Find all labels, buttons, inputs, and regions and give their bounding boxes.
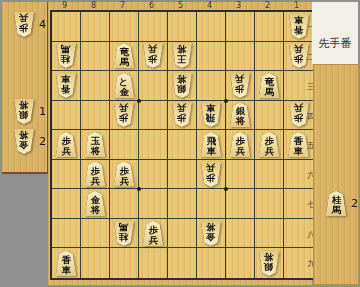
- piece-kanji: 銀将: [178, 73, 187, 94]
- piece-kanji: 歩兵: [91, 166, 100, 187]
- board-cell[interactable]: [197, 248, 226, 278]
- board-cell[interactable]: 竜馬: [110, 42, 139, 72]
- shogi-piece-gote[interactable]: 歩兵: [229, 73, 251, 98]
- shogi-piece-sente[interactable]: と金: [113, 73, 135, 98]
- shogi-piece-gote[interactable]: 飛車: [200, 102, 222, 127]
- shogi-piece-sente[interactable]: 飛車: [200, 132, 222, 157]
- shogi-board: 香車桂馬竜馬歩兵王将歩兵香車と金銀将歩兵竜馬歩兵歩兵飛車銀将歩兵歩兵玉将飛車歩兵…: [50, 10, 315, 280]
- piece-kanji: 王将: [178, 43, 187, 64]
- shogi-piece-gote[interactable]: 桂馬: [113, 221, 135, 246]
- piece-kanji: 飛車: [207, 102, 216, 123]
- piece-kanji: 金将: [20, 129, 29, 150]
- sente-komadai: 桂馬2: [313, 64, 359, 285]
- piece-kanji: 歩兵: [236, 136, 245, 157]
- board-cell[interactable]: [52, 189, 81, 219]
- gote-hand-entry[interactable]: 銀将1: [13, 99, 46, 124]
- board-cell[interactable]: [52, 12, 81, 42]
- shogi-piece-sente[interactable]: 歩兵: [258, 132, 280, 157]
- file-label: 5: [166, 2, 195, 10]
- shogi-piece-gote[interactable]: 王将: [171, 43, 193, 68]
- shogi-piece-sente[interactable]: 玉将: [84, 132, 106, 157]
- shogi-piece-gote[interactable]: 香車: [55, 73, 77, 98]
- board-cell[interactable]: [110, 12, 139, 42]
- board-cell[interactable]: [226, 160, 255, 190]
- gote-hand-entry[interactable]: 歩兵4: [13, 12, 46, 37]
- board-cell[interactable]: [139, 160, 168, 190]
- board-cell[interactable]: と金: [110, 71, 139, 101]
- board-cell[interactable]: [255, 101, 284, 131]
- piece-kanji: 桂馬: [62, 43, 71, 64]
- gote-hand-entry[interactable]: 金将2: [13, 129, 46, 154]
- board-cell[interactable]: [110, 189, 139, 219]
- shogi-piece-gote[interactable]: 桂馬: [55, 43, 77, 68]
- board-cell[interactable]: 玉将: [81, 130, 110, 160]
- piece-kanji: 竜馬: [120, 47, 129, 68]
- piece-kanji: 桂馬: [120, 221, 129, 242]
- board-cell[interactable]: [197, 42, 226, 72]
- board-cell[interactable]: 歩兵: [197, 160, 226, 190]
- board-cell[interactable]: 歩兵: [52, 130, 81, 160]
- piece-kanji: 香車: [294, 14, 303, 35]
- board-cell[interactable]: [197, 189, 226, 219]
- board-cell[interactable]: [168, 12, 197, 42]
- board-cell[interactable]: 王将: [168, 42, 197, 72]
- board-cell[interactable]: [255, 189, 284, 219]
- piece-kanji: 香車: [62, 255, 71, 276]
- shogi-piece-gote[interactable]: 歩兵: [171, 102, 193, 127]
- board-cell[interactable]: [168, 248, 197, 278]
- shogi-piece-sente[interactable]: 歩兵: [55, 132, 77, 157]
- board-cell[interactable]: 銀将: [255, 248, 284, 278]
- board-cell[interactable]: [226, 219, 255, 249]
- shogi-piece-sente[interactable]: 香車: [55, 251, 77, 276]
- board-cell[interactable]: [226, 42, 255, 72]
- piece-kanji: 歩兵: [294, 43, 303, 64]
- piece-kanji: 歩兵: [265, 136, 274, 157]
- piece-kanji: 金将: [91, 195, 100, 216]
- piece-kanji: 歩兵: [149, 225, 158, 246]
- board-cell[interactable]: [81, 12, 110, 42]
- board-cell[interactable]: [139, 71, 168, 101]
- board-cell[interactable]: [139, 189, 168, 219]
- board-cell[interactable]: [81, 101, 110, 131]
- board-cell[interactable]: [168, 219, 197, 249]
- piece-kanji: 玉将: [91, 136, 100, 157]
- shogi-piece-gote[interactable]: 歩兵: [13, 12, 35, 37]
- piece-kanji: 歩兵: [178, 102, 187, 123]
- hand-count: 2: [39, 135, 46, 148]
- gote-komadai: 歩兵4銀将1金将2: [2, 2, 48, 174]
- shogi-app-window: { "game": "shogi", "turn_indicator": "先手…: [0, 0, 360, 287]
- piece-kanji: 歩兵: [120, 166, 129, 187]
- shogi-piece-gote[interactable]: 歩兵: [200, 162, 222, 187]
- piece-kanji: 歩兵: [207, 162, 216, 183]
- board-cell[interactable]: 桂馬: [52, 42, 81, 72]
- board-cell[interactable]: 歩兵: [255, 130, 284, 160]
- shogi-piece-sente[interactable]: 銀将: [229, 102, 251, 127]
- board-cell[interactable]: [139, 248, 168, 278]
- hand-count: 2: [351, 197, 358, 210]
- board-cell[interactable]: [139, 101, 168, 131]
- piece-kanji: 歩兵: [236, 73, 245, 94]
- board-cell[interactable]: [255, 160, 284, 190]
- shogi-piece-sente[interactable]: 金将: [84, 191, 106, 216]
- piece-kanji: 竜馬: [265, 77, 274, 98]
- board-cell[interactable]: [139, 12, 168, 42]
- board-cell[interactable]: 金将: [81, 189, 110, 219]
- piece-kanji: 銀将: [265, 251, 274, 272]
- hand-count: 1: [39, 105, 46, 118]
- piece-kanji: 桂馬: [332, 195, 341, 216]
- piece-kanji: 銀将: [20, 99, 29, 120]
- file-label: 6: [137, 2, 166, 10]
- shogi-piece-sente[interactable]: 桂馬: [325, 191, 347, 216]
- piece-kanji: 歩兵: [149, 43, 158, 64]
- board-cell[interactable]: 銀将: [226, 101, 255, 131]
- hoshi-dot: [224, 99, 228, 103]
- board-cell[interactable]: 竜馬: [255, 71, 284, 101]
- board-cell[interactable]: [139, 130, 168, 160]
- board-cell[interactable]: 歩兵: [226, 130, 255, 160]
- shogi-piece-sente[interactable]: 歩兵: [229, 132, 251, 157]
- piece-kanji: 飛車: [207, 136, 216, 157]
- file-label: 2: [253, 2, 282, 10]
- piece-kanji: 歩兵: [62, 136, 71, 157]
- shogi-piece-sente[interactable]: 歩兵: [113, 162, 135, 187]
- board-cell[interactable]: 飛車: [197, 101, 226, 131]
- board-cell[interactable]: [52, 160, 81, 190]
- right-panel: 先手番 桂馬2: [312, 2, 358, 285]
- board-cell[interactable]: [81, 42, 110, 72]
- piece-kanji: 香車: [62, 73, 71, 94]
- board-cell[interactable]: [110, 248, 139, 278]
- board-cell[interactable]: [226, 248, 255, 278]
- file-label: 1: [282, 2, 311, 10]
- file-label: 9: [50, 2, 79, 10]
- piece-kanji: 銀将: [236, 106, 245, 127]
- file-label: 4: [195, 2, 224, 10]
- board-panel: 987654321 香車桂馬竜馬歩兵王将歩兵香車と金銀将歩兵竜馬歩兵歩兵飛車銀将…: [48, 2, 312, 285]
- board-cell[interactable]: 銀将: [168, 71, 197, 101]
- board-cell[interactable]: 歩兵: [110, 160, 139, 190]
- board-cell[interactable]: [197, 12, 226, 42]
- board-cell[interactable]: 飛車: [197, 130, 226, 160]
- board-cell[interactable]: [255, 42, 284, 72]
- board-cell[interactable]: [52, 101, 81, 131]
- file-labels: 987654321: [50, 2, 311, 10]
- board-cell[interactable]: [226, 189, 255, 219]
- board-cell[interactable]: [255, 219, 284, 249]
- shogi-piece-sente[interactable]: 竜馬: [258, 73, 280, 98]
- sente-hand-entry[interactable]: 桂馬2: [325, 191, 358, 216]
- piece-kanji: 歩兵: [294, 102, 303, 123]
- piece-kanji: と金: [119, 77, 128, 98]
- board-cell[interactable]: 香車: [52, 248, 81, 278]
- turn-indicator-text: 先手番: [312, 36, 358, 51]
- board-cell[interactable]: [255, 12, 284, 42]
- turn-indicator-box: 先手番: [312, 2, 358, 64]
- hoshi-dot: [137, 99, 141, 103]
- board-cell[interactable]: [197, 71, 226, 101]
- shogi-piece-gote[interactable]: 歩兵: [142, 43, 164, 68]
- shogi-piece-gote[interactable]: 金将: [13, 129, 35, 154]
- board-cell[interactable]: [226, 12, 255, 42]
- board-cell[interactable]: 歩兵: [81, 160, 110, 190]
- shogi-piece-gote[interactable]: 銀将: [13, 99, 35, 124]
- shogi-piece-sente[interactable]: 歩兵: [142, 221, 164, 246]
- piece-kanji: 歩兵: [120, 102, 129, 123]
- shogi-piece-sente[interactable]: 歩兵: [84, 162, 106, 187]
- piece-kanji: 香車: [294, 136, 303, 157]
- board-cell[interactable]: [168, 189, 197, 219]
- file-label: 8: [79, 2, 108, 10]
- board-cell[interactable]: [81, 219, 110, 249]
- board-cell[interactable]: 歩兵: [168, 101, 197, 131]
- shogi-piece-gote[interactable]: 歩兵: [113, 102, 135, 127]
- piece-kanji: 金将: [207, 221, 216, 242]
- file-label: 7: [108, 2, 137, 10]
- board-cell[interactable]: 歩兵: [139, 42, 168, 72]
- shogi-piece-gote[interactable]: 金将: [200, 221, 222, 246]
- board-cell[interactable]: 香車: [52, 71, 81, 101]
- board-cell[interactable]: [168, 130, 197, 160]
- board-cell[interactable]: 歩兵: [226, 71, 255, 101]
- shogi-piece-gote[interactable]: 銀将: [171, 73, 193, 98]
- piece-kanji: 歩兵: [20, 12, 29, 33]
- board-cell[interactable]: [168, 160, 197, 190]
- board-cell[interactable]: [81, 71, 110, 101]
- board-cell[interactable]: 桂馬: [110, 219, 139, 249]
- file-label: 3: [224, 2, 253, 10]
- shogi-piece-sente[interactable]: 竜馬: [113, 43, 135, 68]
- board-cell[interactable]: [52, 219, 81, 249]
- board-cell[interactable]: 歩兵: [139, 219, 168, 249]
- board-cell[interactable]: 歩兵: [110, 101, 139, 131]
- hand-count: 4: [39, 18, 46, 31]
- board-cell[interactable]: 金将: [197, 219, 226, 249]
- board-cell[interactable]: [81, 248, 110, 278]
- board-cell[interactable]: [110, 130, 139, 160]
- shogi-piece-gote[interactable]: 銀将: [258, 251, 280, 276]
